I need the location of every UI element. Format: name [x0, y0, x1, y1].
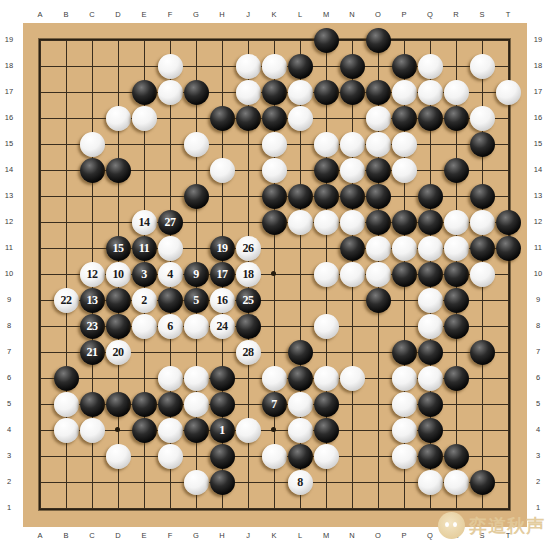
move-number-5: 5 — [193, 294, 199, 306]
stone-white-Q6 — [418, 366, 443, 391]
stone-black-O14 — [366, 158, 391, 183]
coord-label-row-11: 11 — [2, 234, 16, 260]
stone-white-C10: 12 — [80, 262, 105, 287]
stone-black-G4 — [184, 418, 209, 443]
stone-black-L13 — [288, 184, 313, 209]
coord-label-col-E: E — [131, 10, 157, 22]
move-number-11: 11 — [139, 242, 149, 254]
coord-label-row-8: 8 — [531, 312, 545, 338]
coord-label-row-7: 7 — [531, 338, 545, 364]
move-number-28: 28 — [243, 346, 254, 358]
stone-white-P6 — [392, 366, 417, 391]
stone-black-M4 — [314, 418, 339, 443]
move-number-1: 1 — [219, 424, 225, 436]
stone-black-F9 — [158, 288, 183, 313]
stone-black-O12 — [366, 210, 391, 235]
stone-white-P17 — [392, 80, 417, 105]
stone-black-Q4 — [418, 418, 443, 443]
stone-black-N11 — [340, 236, 365, 261]
coord-label-col-A: A — [27, 10, 53, 22]
coord-label-col-P: P — [391, 531, 417, 543]
watermark-text: 弈道秋声 — [469, 514, 545, 538]
stone-white-K6 — [262, 366, 287, 391]
stone-white-R12 — [444, 210, 469, 235]
coord-label-row-4: 4 — [531, 416, 545, 442]
stone-white-S12 — [470, 210, 495, 235]
coord-label-row-15: 15 — [531, 130, 545, 156]
stone-white-J11: 26 — [236, 236, 261, 261]
coord-label-col-F: F — [157, 10, 183, 22]
coord-label-col-B: B — [53, 531, 79, 543]
coord-label-row-3: 3 — [2, 442, 16, 468]
stone-white-L2: 8 — [288, 470, 313, 495]
stone-black-D11: 15 — [106, 236, 131, 261]
stone-black-Q7 — [418, 340, 443, 365]
stone-white-H8: 24 — [210, 314, 235, 339]
stone-white-N10 — [340, 262, 365, 287]
stone-white-F4 — [158, 418, 183, 443]
stone-black-E4 — [132, 418, 157, 443]
stone-white-L12 — [288, 210, 313, 235]
stone-black-O9 — [366, 288, 391, 313]
stone-white-J4 — [236, 418, 261, 443]
coord-label-row-12: 12 — [531, 208, 545, 234]
coord-label-col-M: M — [313, 531, 339, 543]
coord-label-col-L: L — [287, 10, 313, 22]
coord-label-col-E: E — [131, 531, 157, 543]
stone-white-K18 — [262, 54, 287, 79]
coord-label-col-H: H — [209, 10, 235, 22]
stone-white-M10 — [314, 262, 339, 287]
stone-black-R14 — [444, 158, 469, 183]
coord-label-row-4: 4 — [2, 416, 16, 442]
stone-black-R16 — [444, 106, 469, 131]
stone-white-F3 — [158, 444, 183, 469]
stone-black-M5 — [314, 392, 339, 417]
coord-label-row-15: 15 — [2, 130, 16, 156]
stone-black-H3 — [210, 444, 235, 469]
coord-label-row-19: 19 — [2, 26, 16, 52]
stone-white-F6 — [158, 366, 183, 391]
coord-label-row-11: 11 — [531, 234, 545, 260]
stone-white-D7: 20 — [106, 340, 131, 365]
stone-white-L17 — [288, 80, 313, 105]
stone-black-P12 — [392, 210, 417, 235]
watermark-smiley-icon — [438, 512, 465, 539]
coord-label-row-16: 16 — [531, 104, 545, 130]
stone-white-R17 — [444, 80, 469, 105]
stone-black-H16 — [210, 106, 235, 131]
stone-white-M15 — [314, 132, 339, 157]
stone-black-P7 — [392, 340, 417, 365]
stone-black-D5 — [106, 392, 131, 417]
move-number-23: 23 — [87, 320, 98, 332]
coord-label-col-N: N — [339, 531, 365, 543]
stone-white-B4 — [54, 418, 79, 443]
stone-black-B6 — [54, 366, 79, 391]
stone-white-S16 — [470, 106, 495, 131]
stone-white-F8: 6 — [158, 314, 183, 339]
stone-white-P11 — [392, 236, 417, 261]
stone-black-C5 — [80, 392, 105, 417]
stone-white-Q8 — [418, 314, 443, 339]
coord-label-row-2: 2 — [2, 468, 16, 494]
move-number-3: 3 — [141, 268, 147, 280]
go-board: 1427151119261210349171822132516252362421… — [23, 23, 527, 527]
stone-white-J18 — [236, 54, 261, 79]
stone-white-F10: 4 — [158, 262, 183, 287]
coord-label-col-O: O — [365, 531, 391, 543]
stone-white-N15 — [340, 132, 365, 157]
move-number-20: 20 — [113, 346, 124, 358]
coord-label-row-7: 7 — [2, 338, 16, 364]
stone-black-R8 — [444, 314, 469, 339]
coord-label-row-6: 6 — [2, 364, 16, 390]
stone-white-Q18 — [418, 54, 443, 79]
coord-label-col-J: J — [235, 10, 261, 22]
coord-label-col-H: H — [209, 531, 235, 543]
stone-black-G10: 9 — [184, 262, 209, 287]
move-number-6: 6 — [167, 320, 173, 332]
stone-black-Q10 — [418, 262, 443, 287]
coord-label-col-M: M — [313, 10, 339, 22]
stone-black-L3 — [288, 444, 313, 469]
coord-label-col-A: A — [27, 531, 53, 543]
stone-white-G5 — [184, 392, 209, 417]
coord-label-row-6: 6 — [531, 364, 545, 390]
stone-black-K16 — [262, 106, 287, 131]
coord-label-col-C: C — [79, 531, 105, 543]
move-number-9: 9 — [193, 268, 199, 280]
stone-white-Q11 — [418, 236, 443, 261]
move-number-7: 7 — [271, 398, 277, 410]
stone-black-N13 — [340, 184, 365, 209]
stone-black-K5: 7 — [262, 392, 287, 417]
stone-white-M12 — [314, 210, 339, 235]
stone-white-O16 — [366, 106, 391, 131]
move-number-24: 24 — [217, 320, 228, 332]
stone-black-D14 — [106, 158, 131, 183]
coord-label-row-16: 16 — [2, 104, 16, 130]
move-number-19: 19 — [217, 242, 228, 254]
stone-white-J17 — [236, 80, 261, 105]
stone-white-T17 — [496, 80, 521, 105]
move-number-4: 4 — [167, 268, 173, 280]
coord-label-row-10: 10 — [2, 260, 16, 286]
stone-black-L18 — [288, 54, 313, 79]
stone-white-P15 — [392, 132, 417, 157]
stone-black-M14 — [314, 158, 339, 183]
coord-label-row-14: 14 — [531, 156, 545, 182]
coord-label-col-K: K — [261, 531, 287, 543]
coord-label-row-5: 5 — [2, 390, 16, 416]
coord-label-col-K: K — [261, 10, 287, 22]
stone-black-F12: 27 — [158, 210, 183, 235]
stone-white-P4 — [392, 418, 417, 443]
coord-label-col-R: R — [443, 10, 469, 22]
stone-black-E10: 3 — [132, 262, 157, 287]
coord-label-col-F: F — [157, 531, 183, 543]
stone-white-R2 — [444, 470, 469, 495]
stone-black-K13 — [262, 184, 287, 209]
move-number-22: 22 — [61, 294, 72, 306]
stone-white-Q17 — [418, 80, 443, 105]
coord-label-col-P: P — [391, 10, 417, 22]
move-number-17: 17 — [217, 268, 228, 280]
stone-black-G9: 5 — [184, 288, 209, 313]
row-labels-left: 19181716151413121110987654321 — [2, 26, 16, 520]
stone-black-Q12 — [418, 210, 443, 235]
stone-black-K12 — [262, 210, 287, 235]
stone-white-C15 — [80, 132, 105, 157]
move-number-21: 21 — [87, 346, 98, 358]
stone-black-K17 — [262, 80, 287, 105]
stone-white-L16 — [288, 106, 313, 131]
stone-white-D16 — [106, 106, 131, 131]
stone-white-N14 — [340, 158, 365, 183]
coord-label-col-B: B — [53, 10, 79, 22]
move-number-16: 16 — [217, 294, 228, 306]
stone-white-Q9 — [418, 288, 443, 313]
stone-white-D3 — [106, 444, 131, 469]
stone-white-G6 — [184, 366, 209, 391]
stone-black-L7 — [288, 340, 313, 365]
stone-white-N6 — [340, 366, 365, 391]
move-number-10: 10 — [113, 268, 124, 280]
stone-black-R6 — [444, 366, 469, 391]
coord-label-col-D: D — [105, 531, 131, 543]
coord-label-row-18: 18 — [2, 52, 16, 78]
stone-black-C14 — [80, 158, 105, 183]
stone-white-F11 — [158, 236, 183, 261]
stone-white-P14 — [392, 158, 417, 183]
move-number-13: 13 — [87, 294, 98, 306]
stone-black-E17 — [132, 80, 157, 105]
stone-black-Q5 — [418, 392, 443, 417]
coord-label-row-12: 12 — [2, 208, 16, 234]
stone-black-J8 — [236, 314, 261, 339]
stone-white-M6 — [314, 366, 339, 391]
coord-label-row-9: 9 — [531, 286, 545, 312]
stone-white-M3 — [314, 444, 339, 469]
coord-label-row-13: 13 — [531, 182, 545, 208]
coord-label-row-17: 17 — [531, 78, 545, 104]
stone-black-M17 — [314, 80, 339, 105]
coord-label-col-C: C — [79, 10, 105, 22]
stone-black-L6 — [288, 366, 313, 391]
stone-black-H4: 1 — [210, 418, 235, 443]
stone-black-H10: 17 — [210, 262, 235, 287]
stone-white-O10 — [366, 262, 391, 287]
stone-black-O17 — [366, 80, 391, 105]
stone-white-D10: 10 — [106, 262, 131, 287]
stone-white-K3 — [262, 444, 287, 469]
row-labels-right: 19181716151413121110987654321 — [531, 26, 545, 520]
stone-black-P10 — [392, 262, 417, 287]
stone-white-P3 — [392, 444, 417, 469]
stone-black-C7: 21 — [80, 340, 105, 365]
stone-black-S2 — [470, 470, 495, 495]
coord-label-col-T: T — [495, 10, 521, 22]
stone-white-H9: 16 — [210, 288, 235, 313]
stone-black-R10 — [444, 262, 469, 287]
stone-white-B9: 22 — [54, 288, 79, 313]
stone-black-N18 — [340, 54, 365, 79]
stone-black-G17 — [184, 80, 209, 105]
stone-black-S13 — [470, 184, 495, 209]
coord-label-row-17: 17 — [2, 78, 16, 104]
stone-black-J9: 25 — [236, 288, 261, 313]
stone-white-R11 — [444, 236, 469, 261]
coord-label-col-N: N — [339, 10, 365, 22]
stone-white-N12 — [340, 210, 365, 235]
stone-black-O19 — [366, 28, 391, 53]
coord-label-row-8: 8 — [2, 312, 16, 338]
stone-black-S7 — [470, 340, 495, 365]
stone-black-F5 — [158, 392, 183, 417]
stone-black-T12 — [496, 210, 521, 235]
stone-black-H2 — [210, 470, 235, 495]
move-number-18: 18 — [243, 268, 254, 280]
stone-white-F17 — [158, 80, 183, 105]
move-number-25: 25 — [243, 294, 254, 306]
stone-white-Q2 — [418, 470, 443, 495]
stone-black-T11 — [496, 236, 521, 261]
coord-label-col-J: J — [235, 531, 261, 543]
stone-black-M13 — [314, 184, 339, 209]
stone-black-G13 — [184, 184, 209, 209]
move-number-12: 12 — [87, 268, 98, 280]
coord-label-row-1: 1 — [2, 494, 16, 520]
stone-black-Q16 — [418, 106, 443, 131]
stone-black-Q13 — [418, 184, 443, 209]
stone-black-H6 — [210, 366, 235, 391]
move-number-14: 14 — [139, 216, 150, 228]
stone-black-P18 — [392, 54, 417, 79]
stone-white-G8 — [184, 314, 209, 339]
stone-white-K15 — [262, 132, 287, 157]
stone-white-B5 — [54, 392, 79, 417]
stone-black-E5 — [132, 392, 157, 417]
stone-black-R9 — [444, 288, 469, 313]
stone-black-S11 — [470, 236, 495, 261]
stone-white-O15 — [366, 132, 391, 157]
stone-black-C9: 13 — [80, 288, 105, 313]
column-labels-top: ABCDEFGHJKLMNOPQRST — [27, 10, 521, 22]
coord-label-row-2: 2 — [531, 468, 545, 494]
stone-white-E16 — [132, 106, 157, 131]
coord-label-col-Q: Q — [417, 10, 443, 22]
coord-label-col-G: G — [183, 10, 209, 22]
stone-white-L4 — [288, 418, 313, 443]
coord-label-row-9: 9 — [2, 286, 16, 312]
move-number-27: 27 — [165, 216, 176, 228]
coord-label-col-L: L — [287, 531, 313, 543]
stone-black-Q3 — [418, 444, 443, 469]
move-number-8: 8 — [297, 476, 303, 488]
stone-white-E9: 2 — [132, 288, 157, 313]
coord-label-row-13: 13 — [2, 182, 16, 208]
stone-black-N17 — [340, 80, 365, 105]
stone-white-M8 — [314, 314, 339, 339]
coord-label-row-18: 18 — [531, 52, 545, 78]
stone-black-E11: 11 — [132, 236, 157, 261]
stone-white-J10: 18 — [236, 262, 261, 287]
stone-black-D8 — [106, 314, 131, 339]
move-number-2: 2 — [141, 294, 147, 306]
stone-black-R3 — [444, 444, 469, 469]
coord-label-col-S: S — [469, 10, 495, 22]
stone-white-S18 — [470, 54, 495, 79]
stone-black-P16 — [392, 106, 417, 131]
coord-label-row-10: 10 — [531, 260, 545, 286]
stone-white-L5 — [288, 392, 313, 417]
coord-label-row-5: 5 — [531, 390, 545, 416]
stone-white-K14 — [262, 158, 287, 183]
stone-white-E8 — [132, 314, 157, 339]
coord-label-col-D: D — [105, 10, 131, 22]
stone-white-S10 — [470, 262, 495, 287]
coord-label-row-14: 14 — [2, 156, 16, 182]
stone-black-J16 — [236, 106, 261, 131]
watermark: 弈道秋声 — [438, 512, 545, 539]
move-number-26: 26 — [243, 242, 254, 254]
stone-black-O13 — [366, 184, 391, 209]
go-diagram-screen: ABCDEFGHJKLMNOPQRST ABCDEFGHJKLMNOPQRST … — [0, 0, 550, 550]
stones-layer: 1427151119261210349171822132516252362421… — [27, 27, 521, 521]
coord-label-col-O: O — [365, 10, 391, 22]
stone-white-G15 — [184, 132, 209, 157]
stone-black-S15 — [470, 132, 495, 157]
stone-white-G2 — [184, 470, 209, 495]
stone-black-D9 — [106, 288, 131, 313]
stone-black-M19 — [314, 28, 339, 53]
move-number-15: 15 — [113, 242, 124, 254]
coord-label-row-3: 3 — [531, 442, 545, 468]
stone-white-C4 — [80, 418, 105, 443]
stone-white-P5 — [392, 392, 417, 417]
stone-black-H5 — [210, 392, 235, 417]
stone-black-C8: 23 — [80, 314, 105, 339]
stone-black-H11: 19 — [210, 236, 235, 261]
coord-label-row-19: 19 — [531, 26, 545, 52]
stone-white-J7: 28 — [236, 340, 261, 365]
coord-label-col-G: G — [183, 531, 209, 543]
stone-white-E12: 14 — [132, 210, 157, 235]
stone-white-F18 — [158, 54, 183, 79]
stone-white-H14 — [210, 158, 235, 183]
stone-white-O11 — [366, 236, 391, 261]
